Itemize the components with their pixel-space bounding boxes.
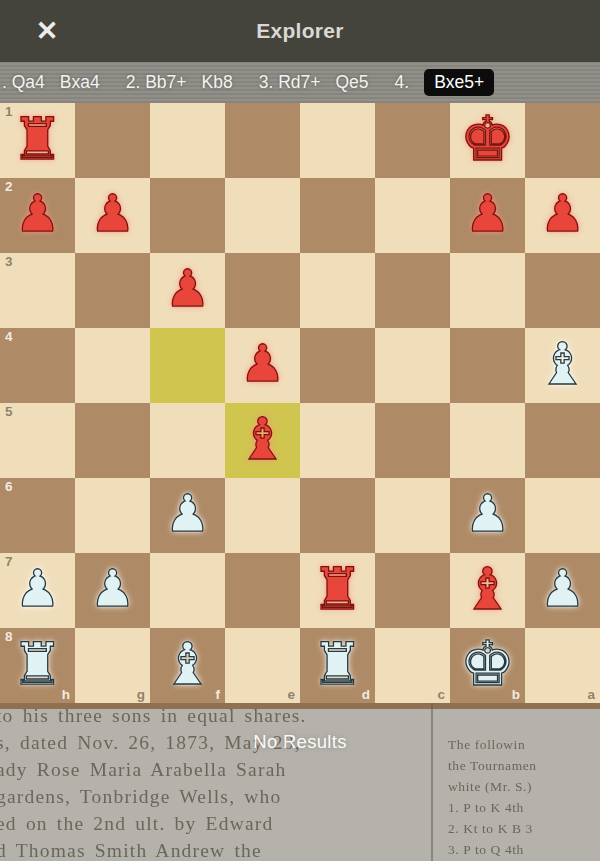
square-c1[interactable]: [375, 103, 450, 178]
red-pawn-h2[interactable]: ♟: [15, 188, 61, 239]
rank-label-7: 7: [5, 555, 13, 569]
square-b5[interactable]: [450, 403, 525, 478]
square-f5[interactable]: [150, 403, 225, 478]
square-g5[interactable]: [75, 403, 150, 478]
red-bishop-b7[interactable]: ♝: [462, 560, 514, 618]
newspaper-line: ady Rose Maria Arabella Sarah: [0, 759, 286, 781]
square-d1[interactable]: [300, 103, 375, 178]
blue-king-b8[interactable]: ♚: [460, 633, 516, 695]
square-c2[interactable]: [375, 178, 450, 253]
square-e3[interactable]: [225, 253, 300, 328]
newspaper-line: to his three sons in equal shares.: [0, 709, 307, 727]
square-a5[interactable]: [525, 403, 600, 478]
blue-rook-d8[interactable]: ♜: [312, 635, 364, 693]
square-h2[interactable]: 2♟: [0, 178, 75, 253]
square-g2[interactable]: ♟: [75, 178, 150, 253]
blue-rook-h8[interactable]: ♜: [12, 635, 64, 693]
rank-label-6: 6: [5, 480, 13, 494]
file-label-f: f: [216, 688, 221, 702]
square-f2[interactable]: [150, 178, 225, 253]
newspaper-line: 1. P to K 4th: [448, 800, 524, 816]
square-e2[interactable]: [225, 178, 300, 253]
newspaper-line: 3. P to Q 4th: [448, 842, 524, 858]
move-Kb8[interactable]: Kb8: [202, 72, 233, 93]
square-b8[interactable]: b♚: [450, 628, 525, 703]
square-e4[interactable]: ♟: [225, 328, 300, 403]
red-pawn-g2[interactable]: ♟: [90, 188, 136, 239]
blue-pawn-h7[interactable]: ♟: [15, 563, 61, 614]
file-label-c: c: [437, 688, 445, 702]
square-e1[interactable]: [225, 103, 300, 178]
square-f4[interactable]: [150, 328, 225, 403]
square-c8[interactable]: c: [375, 628, 450, 703]
square-a3[interactable]: [525, 253, 600, 328]
square-d3[interactable]: [300, 253, 375, 328]
square-c5[interactable]: [375, 403, 450, 478]
square-d5[interactable]: [300, 403, 375, 478]
red-pawn-a2[interactable]: ♟: [540, 188, 586, 239]
square-d2[interactable]: [300, 178, 375, 253]
square-h5[interactable]: 5: [0, 403, 75, 478]
square-d7[interactable]: ♜: [300, 553, 375, 628]
newspaper-line: 2. Kt to K B 3: [448, 821, 533, 837]
file-label-a: a: [587, 688, 595, 702]
square-c4[interactable]: [375, 328, 450, 403]
square-b3[interactable]: [450, 253, 525, 328]
square-g7[interactable]: ♟: [75, 553, 150, 628]
square-c3[interactable]: [375, 253, 450, 328]
square-e5[interactable]: ♝: [225, 403, 300, 478]
board: 1♜♚2♟♟♟♟3♟4♟♝5♝6♟♟7♟♟♜♝♟8h♜gf♝ed♜cb♚a: [0, 103, 600, 703]
square-g4[interactable]: [75, 328, 150, 403]
red-pawn-b2[interactable]: ♟: [465, 188, 511, 239]
move-list-bar[interactable]: . Qa4Bxa42. Bb7+Kb83. Rd7+Qe54.Bxe5+: [0, 62, 600, 103]
red-pawn-f3[interactable]: ♟: [165, 263, 211, 314]
square-b1[interactable]: ♚: [450, 103, 525, 178]
square-h4[interactable]: 4: [0, 328, 75, 403]
page-title: Explorer: [256, 19, 344, 43]
blue-bishop-a4[interactable]: ♝: [537, 335, 589, 393]
square-g1[interactable]: [75, 103, 150, 178]
square-a7[interactable]: ♟: [525, 553, 600, 628]
square-b4[interactable]: [450, 328, 525, 403]
blue-pawn-g7[interactable]: ♟: [90, 563, 136, 614]
square-a2[interactable]: ♟: [525, 178, 600, 253]
square-b7[interactable]: ♝: [450, 553, 525, 628]
blue-pawn-f6[interactable]: ♟: [165, 488, 211, 539]
square-h3[interactable]: 3: [0, 253, 75, 328]
move-2Bb7+[interactable]: 2. Bb7+: [126, 72, 187, 93]
move-4[interactable]: 4.: [395, 72, 410, 93]
move-Bxa4[interactable]: Bxa4: [60, 72, 100, 93]
square-a4[interactable]: ♝: [525, 328, 600, 403]
square-e6[interactable]: [225, 478, 300, 553]
newspaper-line: the Tournamen: [448, 758, 537, 774]
square-a1[interactable]: [525, 103, 600, 178]
square-e7[interactable]: [225, 553, 300, 628]
square-f1[interactable]: [150, 103, 225, 178]
newspaper-line: gardens, Tonbridge Wells, who: [0, 786, 281, 808]
square-c7[interactable]: [375, 553, 450, 628]
rank-label-5: 5: [5, 405, 13, 419]
red-rook-d7[interactable]: ♜: [312, 560, 364, 618]
square-d4[interactable]: [300, 328, 375, 403]
rank-label-2: 2: [5, 180, 13, 194]
square-g3[interactable]: [75, 253, 150, 328]
square-h1[interactable]: 1♜: [0, 103, 75, 178]
newspaper-line: d Thomas Smith Andrew the: [0, 840, 262, 861]
red-king-b1[interactable]: ♚: [460, 108, 516, 170]
square-e8[interactable]: e: [225, 628, 300, 703]
move-Qe5[interactable]: Qe5: [335, 72, 368, 93]
rank-label-4: 4: [5, 330, 13, 344]
square-d6[interactable]: [300, 478, 375, 553]
square-g8[interactable]: g: [75, 628, 150, 703]
newspaper-line: white (Mr. S.): [448, 779, 532, 795]
square-c6[interactable]: [375, 478, 450, 553]
rank-label-3: 3: [5, 255, 13, 269]
square-f6[interactable]: ♟: [150, 478, 225, 553]
square-h8[interactable]: 8h♜: [0, 628, 75, 703]
move-Bxe5+[interactable]: Bxe5+: [424, 69, 494, 96]
square-f3[interactable]: ♟: [150, 253, 225, 328]
red-bishop-e5[interactable]: ♝: [237, 410, 289, 468]
square-a6[interactable]: [525, 478, 600, 553]
red-rook-h1[interactable]: ♜: [12, 110, 64, 168]
blue-pawn-b6[interactable]: ♟: [465, 488, 511, 539]
red-pawn-e4[interactable]: ♟: [240, 338, 286, 389]
square-h6[interactable]: 6: [0, 478, 75, 553]
square-b6[interactable]: ♟: [450, 478, 525, 553]
newspaper-column-divider: [431, 703, 433, 861]
close-icon[interactable]: ✕: [30, 14, 64, 48]
top-bar: ✕ Explorer: [0, 0, 600, 62]
square-d8[interactable]: d♜: [300, 628, 375, 703]
square-g6[interactable]: [75, 478, 150, 553]
square-f7[interactable]: [150, 553, 225, 628]
file-label-e: e: [287, 688, 295, 702]
square-b2[interactable]: ♟: [450, 178, 525, 253]
move-Qa4[interactable]: . Qa4: [2, 72, 45, 93]
no-results-text: No Results: [0, 731, 600, 753]
blue-bishop-f8[interactable]: ♝: [162, 635, 214, 693]
square-h7[interactable]: 7♟: [0, 553, 75, 628]
blue-pawn-a7[interactable]: ♟: [540, 563, 586, 614]
square-a8[interactable]: a: [525, 628, 600, 703]
newspaper-line: ed on the 2nd ult. by Edward: [0, 813, 273, 835]
file-label-g: g: [137, 688, 145, 702]
square-f8[interactable]: f♝: [150, 628, 225, 703]
move-3Rd7+[interactable]: 3. Rd7+: [259, 72, 321, 93]
